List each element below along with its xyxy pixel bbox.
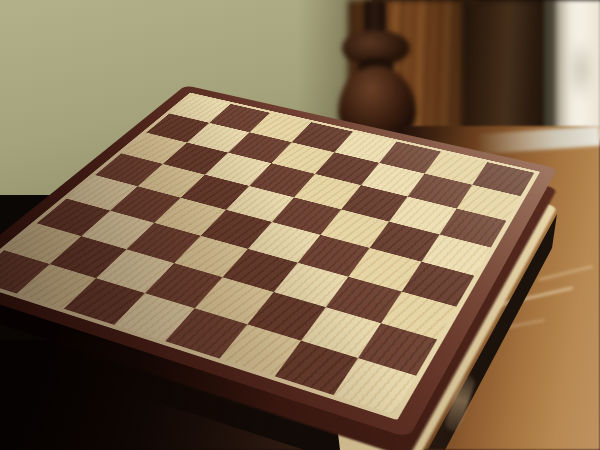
chessboard-photo-scene	[0, 0, 600, 450]
window-glare	[566, 38, 596, 102]
window-light	[544, 0, 600, 140]
table-edge-highlight	[477, 126, 600, 154]
carved-candlestick	[338, 0, 418, 142]
